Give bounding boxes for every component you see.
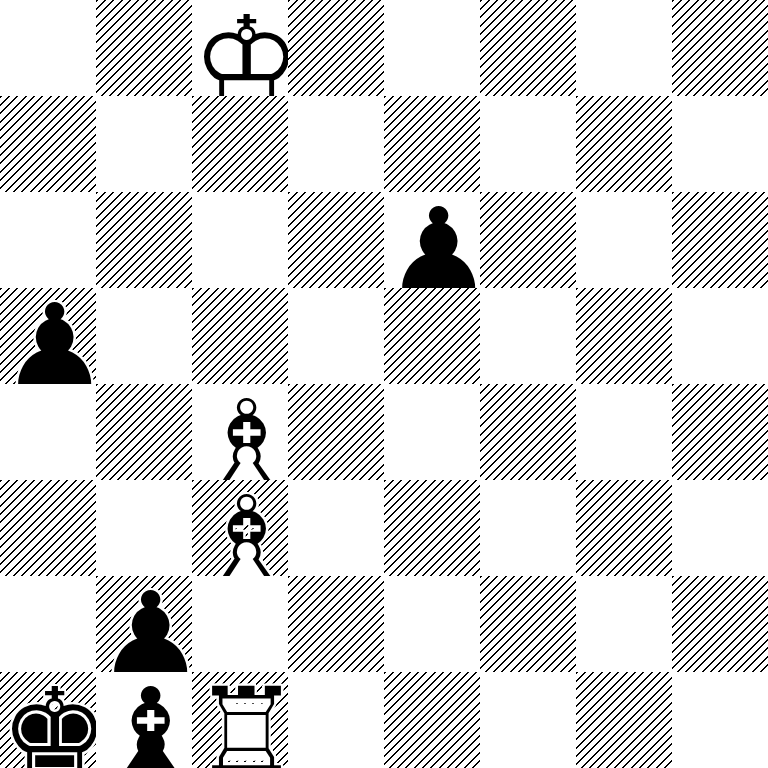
square-e4[interactable] xyxy=(384,384,480,480)
square-b3[interactable] xyxy=(96,480,192,576)
square-g4[interactable] xyxy=(576,384,672,480)
square-a3[interactable] xyxy=(0,480,96,576)
square-a4[interactable] xyxy=(0,384,96,480)
square-g7[interactable] xyxy=(576,96,672,192)
square-e6[interactable]: ♟ xyxy=(384,192,480,288)
white-bishop-c4[interactable]: ♝♗ xyxy=(192,384,288,480)
square-c2[interactable] xyxy=(192,576,288,672)
square-f7[interactable] xyxy=(480,96,576,192)
square-f2[interactable] xyxy=(480,576,576,672)
square-a8[interactable] xyxy=(0,0,96,96)
square-h3[interactable] xyxy=(672,480,768,576)
square-g1[interactable] xyxy=(576,672,672,768)
black-pawn-a5[interactable]: ♟ xyxy=(0,288,96,384)
square-g3[interactable] xyxy=(576,480,672,576)
square-g2[interactable] xyxy=(576,576,672,672)
square-d8[interactable] xyxy=(288,0,384,96)
square-e1[interactable] xyxy=(384,672,480,768)
square-d2[interactable] xyxy=(288,576,384,672)
square-b1[interactable]: ♝ xyxy=(96,672,192,768)
square-a5[interactable]: ♟ xyxy=(0,288,96,384)
square-d6[interactable] xyxy=(288,192,384,288)
square-h4[interactable] xyxy=(672,384,768,480)
square-a1[interactable]: ♚ xyxy=(0,672,96,768)
square-g5[interactable] xyxy=(576,288,672,384)
square-b6[interactable] xyxy=(96,192,192,288)
chess-board: ♚♔♟♟♝♗♝♗♟♚♝♜♖ xyxy=(0,0,768,768)
square-e5[interactable] xyxy=(384,288,480,384)
square-e3[interactable] xyxy=(384,480,480,576)
square-f3[interactable] xyxy=(480,480,576,576)
piece-outline-layer: ♖ xyxy=(192,672,301,768)
square-c5[interactable] xyxy=(192,288,288,384)
square-h2[interactable] xyxy=(672,576,768,672)
square-h8[interactable] xyxy=(672,0,768,96)
square-f4[interactable] xyxy=(480,384,576,480)
square-d4[interactable] xyxy=(288,384,384,480)
square-c7[interactable] xyxy=(192,96,288,192)
square-h7[interactable] xyxy=(672,96,768,192)
white-rook-c1[interactable]: ♜♖ xyxy=(192,672,288,768)
square-f6[interactable] xyxy=(480,192,576,288)
piece-glyph: ♝ xyxy=(96,672,205,768)
white-bishop-c3[interactable]: ♝♗ xyxy=(192,480,288,576)
square-c3[interactable]: ♝♗ xyxy=(192,480,288,576)
black-king-a1[interactable]: ♚ xyxy=(0,672,96,768)
white-king-c8[interactable]: ♚♔ xyxy=(192,0,288,96)
square-b2[interactable]: ♟ xyxy=(96,576,192,672)
square-c6[interactable] xyxy=(192,192,288,288)
square-h5[interactable] xyxy=(672,288,768,384)
square-f1[interactable] xyxy=(480,672,576,768)
square-d5[interactable] xyxy=(288,288,384,384)
square-d3[interactable] xyxy=(288,480,384,576)
square-f5[interactable] xyxy=(480,288,576,384)
square-f8[interactable] xyxy=(480,0,576,96)
black-pawn-e6[interactable]: ♟ xyxy=(384,192,480,288)
square-g8[interactable] xyxy=(576,0,672,96)
square-d1[interactable] xyxy=(288,672,384,768)
black-pawn-b2[interactable]: ♟ xyxy=(96,576,192,672)
square-c4[interactable]: ♝♗ xyxy=(192,384,288,480)
square-b4[interactable] xyxy=(96,384,192,480)
square-b5[interactable] xyxy=(96,288,192,384)
square-e8[interactable] xyxy=(384,0,480,96)
piece-glyph: ♚ xyxy=(0,672,109,768)
square-c8[interactable]: ♚♔ xyxy=(192,0,288,96)
square-c1[interactable]: ♜♖ xyxy=(192,672,288,768)
black-bishop-b1[interactable]: ♝ xyxy=(96,672,192,768)
square-a7[interactable] xyxy=(0,96,96,192)
square-a6[interactable] xyxy=(0,192,96,288)
square-e7[interactable] xyxy=(384,96,480,192)
square-h1[interactable] xyxy=(672,672,768,768)
square-g6[interactable] xyxy=(576,192,672,288)
square-a2[interactable] xyxy=(0,576,96,672)
square-b7[interactable] xyxy=(96,96,192,192)
square-d7[interactable] xyxy=(288,96,384,192)
square-h6[interactable] xyxy=(672,192,768,288)
square-e2[interactable] xyxy=(384,576,480,672)
square-b8[interactable] xyxy=(96,0,192,96)
